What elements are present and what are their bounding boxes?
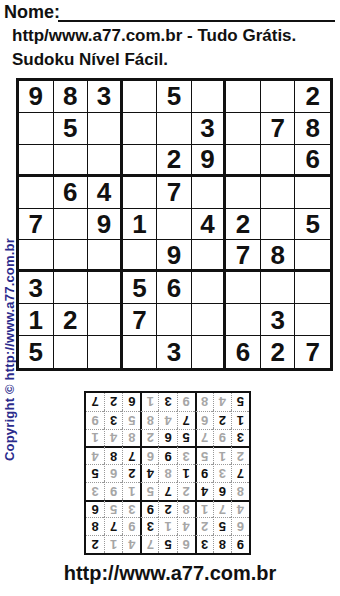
puzzle-cell-r2c8: 7 [261,113,296,145]
puzzle-cell-r7c9 [295,272,330,304]
solution-cell-r1c6: 7 [140,535,158,553]
solution-cell-r1c5: 5 [158,535,176,553]
puzzle-cell-r2c2: 5 [54,113,89,145]
solution-cell-r6c5: 9 [158,446,176,464]
puzzle-cell-r5c8 [261,209,296,241]
solution-cell-r1c9: 2 [86,535,104,553]
puzzle-cell-r2c5 [157,113,192,145]
solution-cell-r8c4: 7 [177,411,195,429]
puzzle-cell-r7c5: 6 [157,272,192,304]
puzzle-cell-r1c8 [261,81,296,113]
solution-cell-r3c1: 4 [231,500,249,518]
puzzle-cell-r3c5: 2 [157,145,192,177]
puzzle-cell-r5c9: 5 [295,209,330,241]
solution-cell-r3c7: 3 [122,500,140,518]
puzzle-cell-r4c8 [261,177,296,209]
solution-cell-r4c5: 7 [158,482,176,500]
solution-cell-r7c5: 6 [158,429,176,447]
puzzle-cell-r8c3 [88,304,123,336]
puzzle-cell-r2c3 [88,113,123,145]
solution-cell-r8c8: 3 [104,411,122,429]
solution-cell-r5c1: 7 [231,464,249,482]
solution-cell-r6c4: 3 [177,446,195,464]
puzzle-cell-r8c1: 1 [19,304,54,336]
puzzle-cell-r4c1 [19,177,54,209]
puzzle-cell-r8c8: 3 [261,304,296,336]
solution-cell-r7c1: 3 [231,429,249,447]
puzzle-cell-r8c6 [192,304,227,336]
puzzle-cell-r9c2 [54,336,89,368]
solution-cell-r1c7: 4 [122,535,140,553]
puzzle-cell-r9c7: 6 [226,336,261,368]
solution-cell-r5c2: 3 [213,464,231,482]
puzzle-cell-r6c2 [54,240,89,272]
puzzle-cell-r7c3 [88,272,123,304]
puzzle-cell-r8c7 [226,304,261,336]
solution-cell-r9c2: 4 [213,393,231,411]
solution-cell-r9c7: 6 [122,393,140,411]
puzzle-cell-r9c6 [192,336,227,368]
puzzle-cell-r7c4: 5 [123,272,158,304]
solution-cell-r2c1: 6 [231,517,249,535]
puzzle-cell-r9c8: 2 [261,336,296,368]
puzzle-cell-r5c5 [157,209,192,241]
solution-cell-r9c9: 7 [86,393,104,411]
solution-cell-r4c1: 8 [231,482,249,500]
puzzle-cell-r6c9 [295,240,330,272]
puzzle-cell-r9c5: 3 [157,336,192,368]
puzzle-cell-r8c5 [157,304,192,336]
solution-cell-r4c8: 9 [104,482,122,500]
solution-cell-r7c6: 2 [140,429,158,447]
solution-grid-rotated-wrap: 9836574126524139784718293568642751937391… [84,391,251,555]
puzzle-cell-r6c5: 9 [157,240,192,272]
puzzle-cell-r7c1: 3 [19,272,54,304]
puzzle-cell-r2c9: 8 [295,113,330,145]
puzzle-cell-r7c6 [192,272,227,304]
solution-cell-r8c7: 5 [122,411,140,429]
solution-cell-r2c8: 7 [104,517,122,535]
puzzle-cell-r8c2: 2 [54,304,89,336]
solution-cell-r9c3: 8 [195,393,213,411]
solution-cell-r5c6: 4 [140,464,158,482]
puzzle-cell-r3c7 [226,145,261,177]
puzzle-grid: 983525378296647791425978356127353627 [16,78,333,371]
solution-cell-r5c4: 1 [177,464,195,482]
solution-cell-r7c4: 5 [177,429,195,447]
puzzle-cell-r9c4 [123,336,158,368]
puzzle-cell-r7c2 [54,272,89,304]
puzzle-level-title: Sudoku Nível Fácil. [12,50,168,70]
puzzle-cell-r4c3: 4 [88,177,123,209]
name-label: Nome: [4,2,60,23]
puzzle-cell-r1c5: 5 [157,81,192,113]
solution-cell-r6c3: 5 [195,446,213,464]
solution-cell-r9c5: 3 [158,393,176,411]
solution-cell-r2c7: 9 [122,517,140,535]
site-tagline: http/www.a77.com.br - Tudo Grátis. [12,26,296,46]
solution-cell-r8c1: 1 [231,411,249,429]
solution-cell-r6c9: 4 [86,446,104,464]
solution-cell-r7c3: 7 [195,429,213,447]
puzzle-cell-r3c1 [19,145,54,177]
solution-cell-r9c6: 1 [140,393,158,411]
puzzle-cell-r1c2: 8 [54,81,89,113]
puzzle-cell-r1c3: 3 [88,81,123,113]
puzzle-cell-r6c4 [123,240,158,272]
puzzle-cell-r6c7: 7 [226,240,261,272]
solution-cell-r7c9: 1 [86,429,104,447]
solution-cell-r5c8: 6 [104,464,122,482]
solution-cell-r3c2: 7 [213,500,231,518]
name-blank-line [58,0,335,22]
puzzle-cell-r3c6: 9 [192,145,227,177]
solution-cell-r2c9: 8 [86,517,104,535]
solution-cell-r6c1: 2 [231,446,249,464]
solution-cell-r6c8: 8 [104,446,122,464]
puzzle-cell-r1c9: 2 [295,81,330,113]
puzzle-cell-r2c1 [19,113,54,145]
puzzle-cell-r3c4 [123,145,158,177]
solution-cell-r8c3: 6 [195,411,213,429]
footer-url: http://www.a77.com.br [0,562,340,585]
solution-cell-r7c7: 8 [122,429,140,447]
puzzle-cell-r3c8 [261,145,296,177]
puzzle-cell-r5c4: 1 [123,209,158,241]
solution-cell-r3c9: 6 [86,500,104,518]
solution-cell-r1c8: 1 [104,535,122,553]
solution-cell-r3c6: 9 [140,500,158,518]
puzzle-cell-r3c2 [54,145,89,177]
puzzle-cell-r7c8 [261,272,296,304]
solution-cell-r4c3: 4 [195,482,213,500]
copyright-vertical-text: Copyright © http://www.a77.com.br [2,84,17,461]
puzzle-cell-r5c6: 4 [192,209,227,241]
puzzle-cell-r1c4 [123,81,158,113]
solution-cell-r7c8: 4 [104,429,122,447]
solution-cell-r5c7: 2 [122,464,140,482]
puzzle-cell-r7c7 [226,272,261,304]
puzzle-cell-r5c7: 2 [226,209,261,241]
solution-cell-r4c2: 6 [213,482,231,500]
solution-cell-r8c5: 4 [158,411,176,429]
puzzle-cell-r1c1: 9 [19,81,54,113]
puzzle-cell-r9c9: 7 [295,336,330,368]
puzzle-cell-r4c2: 6 [54,177,89,209]
puzzle-cell-r9c1: 5 [19,336,54,368]
solution-cell-r3c8: 5 [104,500,122,518]
solution-cell-r2c4: 4 [177,517,195,535]
solution-cell-r9c1: 5 [231,393,249,411]
puzzle-cell-r6c8: 8 [261,240,296,272]
solution-cell-r6c6: 6 [140,446,158,464]
solution-cell-r2c2: 5 [213,517,231,535]
solution-cell-r8c6: 8 [140,411,158,429]
solution-cell-r8c2: 2 [213,411,231,429]
solution-cell-r1c2: 8 [213,535,231,553]
solution-cell-r9c4: 9 [177,393,195,411]
puzzle-cell-r4c4 [123,177,158,209]
puzzle-cell-r2c4 [123,113,158,145]
solution-cell-r1c4: 6 [177,535,195,553]
puzzle-cell-r5c3: 9 [88,209,123,241]
puzzle-cell-r3c9: 6 [295,145,330,177]
puzzle-cell-r6c6 [192,240,227,272]
solution-cell-r3c4: 8 [177,500,195,518]
solution-cell-r6c2: 1 [213,446,231,464]
puzzle-cell-r5c2 [54,209,89,241]
solution-cell-r3c3: 1 [195,500,213,518]
solution-cell-r9c8: 2 [104,393,122,411]
puzzle-cell-r9c3 [88,336,123,368]
solution-cell-r5c9: 5 [86,464,104,482]
solution-cell-r4c9: 3 [86,482,104,500]
solution-cell-r5c3: 9 [195,464,213,482]
solution-cell-r1c3: 3 [195,535,213,553]
puzzle-cell-r4c7 [226,177,261,209]
solution-cell-r4c4: 2 [177,482,195,500]
solution-cell-r5c5: 8 [158,464,176,482]
solution-cell-r4c7: 1 [122,482,140,500]
puzzle-cell-r8c4: 7 [123,304,158,336]
puzzle-cell-r2c6: 3 [192,113,227,145]
solution-cell-r7c2: 9 [213,429,231,447]
puzzle-cell-r1c6 [192,81,227,113]
solution-cell-r6c7: 7 [122,446,140,464]
solution-cell-r3c5: 2 [158,500,176,518]
solution-cell-r2c5: 1 [158,517,176,535]
puzzle-cell-r4c9 [295,177,330,209]
solution-cell-r2c6: 3 [140,517,158,535]
puzzle-cell-r2c7 [226,113,261,145]
puzzle-cell-r4c6 [192,177,227,209]
solution-cell-r2c3: 2 [195,517,213,535]
puzzle-cell-r6c3 [88,240,123,272]
puzzle-cell-r1c7 [226,81,261,113]
solution-cell-r1c1: 9 [231,535,249,553]
puzzle-cell-r5c1: 7 [19,209,54,241]
solution-grid: 9836574126524139784718293568642751937391… [84,391,251,555]
puzzle-cell-r4c5: 7 [157,177,192,209]
solution-cell-r8c9: 9 [86,411,104,429]
puzzle-cell-r8c9 [295,304,330,336]
puzzle-cell-r6c1 [19,240,54,272]
solution-cell-r4c6: 5 [140,482,158,500]
puzzle-cell-r3c3 [88,145,123,177]
